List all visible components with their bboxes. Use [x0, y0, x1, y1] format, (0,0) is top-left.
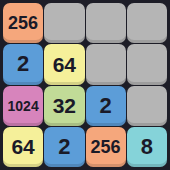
tile-1024-r3c1: 1024 — [3, 86, 43, 126]
tile-256-r1c1: 256 — [3, 3, 43, 43]
empty-cell-r2c4 — [127, 44, 167, 84]
tile-64-r4c1: 64 — [3, 127, 43, 167]
empty-cell-r1c3 — [86, 3, 126, 43]
tile-2-r3c3: 2 — [86, 86, 126, 126]
tile-8-r4c4: 8 — [127, 127, 167, 167]
tile-32-r3c2: 32 — [44, 86, 84, 126]
tile-2-r4c2: 2 — [44, 127, 84, 167]
tile-2-r2c1: 2 — [3, 44, 43, 84]
empty-cell-r2c3 — [86, 44, 126, 84]
empty-cell-r1c4 — [127, 3, 167, 43]
game-board[interactable]: 25626410243226422568 — [0, 0, 170, 170]
tile-256-r4c3: 256 — [86, 127, 126, 167]
empty-cell-r3c4 — [127, 86, 167, 126]
tile-64-r2c2: 64 — [44, 44, 84, 84]
empty-cell-r1c2 — [44, 3, 84, 43]
